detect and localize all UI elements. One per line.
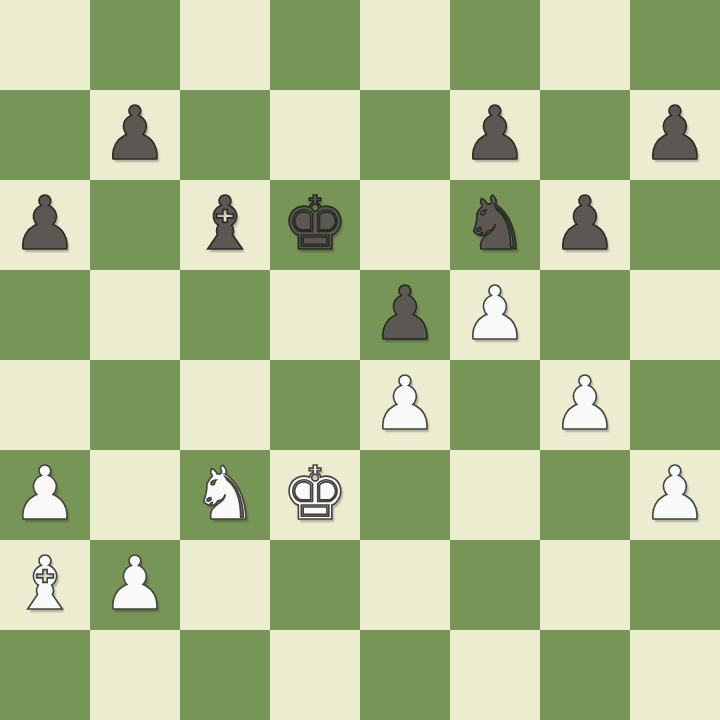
square-b1[interactable]	[90, 630, 180, 720]
square-b3[interactable]	[90, 450, 180, 540]
square-d7[interactable]	[270, 90, 360, 180]
square-g4[interactable]: ♟	[540, 360, 630, 450]
black-pawn[interactable]: ♟	[552, 178, 618, 268]
square-a6[interactable]: ♟	[0, 180, 90, 270]
black-king[interactable]: ♚	[282, 178, 348, 268]
square-g6[interactable]: ♟	[540, 180, 630, 270]
square-f2[interactable]	[450, 540, 540, 630]
square-c7[interactable]	[180, 90, 270, 180]
square-b6[interactable]	[90, 180, 180, 270]
white-pawn[interactable]: ♟	[372, 358, 438, 448]
square-h3[interactable]: ♟	[630, 450, 720, 540]
white-pawn[interactable]: ♟	[102, 538, 168, 628]
square-b4[interactable]	[90, 360, 180, 450]
white-king[interactable]: ♚	[282, 448, 348, 538]
white-bishop[interactable]: ♝	[12, 538, 78, 628]
square-e1[interactable]	[360, 630, 450, 720]
square-a7[interactable]	[0, 90, 90, 180]
square-g8[interactable]	[540, 0, 630, 90]
square-g5[interactable]	[540, 270, 630, 360]
black-knight[interactable]: ♞	[462, 178, 528, 268]
square-b5[interactable]	[90, 270, 180, 360]
square-a3[interactable]: ♟	[0, 450, 90, 540]
square-e6[interactable]	[360, 180, 450, 270]
square-g3[interactable]	[540, 450, 630, 540]
square-h7[interactable]: ♟	[630, 90, 720, 180]
square-g1[interactable]	[540, 630, 630, 720]
black-pawn[interactable]: ♟	[372, 268, 438, 358]
square-h5[interactable]	[630, 270, 720, 360]
square-e4[interactable]: ♟	[360, 360, 450, 450]
square-c4[interactable]	[180, 360, 270, 450]
square-e8[interactable]	[360, 0, 450, 90]
square-g2[interactable]	[540, 540, 630, 630]
square-e5[interactable]: ♟	[360, 270, 450, 360]
square-f8[interactable]	[450, 0, 540, 90]
square-c3[interactable]: ♞	[180, 450, 270, 540]
square-b7[interactable]: ♟	[90, 90, 180, 180]
square-f7[interactable]: ♟	[450, 90, 540, 180]
square-d6[interactable]: ♚	[270, 180, 360, 270]
black-pawn[interactable]: ♟	[12, 178, 78, 268]
square-d5[interactable]	[270, 270, 360, 360]
square-f3[interactable]	[450, 450, 540, 540]
square-d3[interactable]: ♚	[270, 450, 360, 540]
square-a2[interactable]: ♝	[0, 540, 90, 630]
square-e3[interactable]	[360, 450, 450, 540]
square-b8[interactable]	[90, 0, 180, 90]
square-c5[interactable]	[180, 270, 270, 360]
square-e2[interactable]	[360, 540, 450, 630]
square-d2[interactable]	[270, 540, 360, 630]
square-b2[interactable]: ♟	[90, 540, 180, 630]
square-d8[interactable]	[270, 0, 360, 90]
square-d4[interactable]	[270, 360, 360, 450]
square-a5[interactable]	[0, 270, 90, 360]
black-pawn[interactable]: ♟	[642, 88, 708, 178]
square-h8[interactable]	[630, 0, 720, 90]
square-d1[interactable]	[270, 630, 360, 720]
square-a4[interactable]	[0, 360, 90, 450]
square-f4[interactable]	[450, 360, 540, 450]
square-g7[interactable]	[540, 90, 630, 180]
black-pawn[interactable]: ♟	[462, 88, 528, 178]
square-h6[interactable]	[630, 180, 720, 270]
square-f5[interactable]: ♟	[450, 270, 540, 360]
white-pawn[interactable]: ♟	[462, 268, 528, 358]
black-pawn[interactable]: ♟	[102, 88, 168, 178]
square-c2[interactable]	[180, 540, 270, 630]
square-h1[interactable]	[630, 630, 720, 720]
square-a8[interactable]	[0, 0, 90, 90]
square-a1[interactable]	[0, 630, 90, 720]
square-c6[interactable]: ♝	[180, 180, 270, 270]
white-pawn[interactable]: ♟	[642, 448, 708, 538]
white-pawn[interactable]: ♟	[12, 448, 78, 538]
white-pawn[interactable]: ♟	[552, 358, 618, 448]
square-h4[interactable]	[630, 360, 720, 450]
chess-board: ♟♟♟♟♝♚♞♟♟♟♟♟♟♞♚♟♝♟	[0, 0, 720, 720]
white-knight[interactable]: ♞	[192, 448, 258, 538]
square-f1[interactable]	[450, 630, 540, 720]
square-f6[interactable]: ♞	[450, 180, 540, 270]
square-c1[interactable]	[180, 630, 270, 720]
square-h2[interactable]	[630, 540, 720, 630]
square-e7[interactable]	[360, 90, 450, 180]
square-c8[interactable]	[180, 0, 270, 90]
black-bishop[interactable]: ♝	[192, 178, 258, 268]
